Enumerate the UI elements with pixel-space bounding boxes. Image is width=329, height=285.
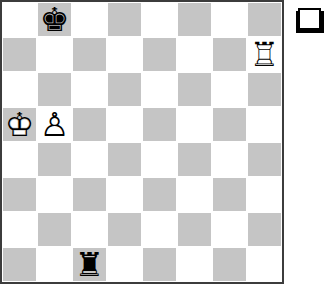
black-king-glyph: ♚ (37, 2, 72, 37)
square-e7[interactable] (142, 37, 177, 72)
square-g6[interactable] (212, 72, 247, 107)
square-c2[interactable] (72, 212, 107, 247)
square-a8[interactable] (2, 2, 37, 37)
square-g1[interactable] (212, 247, 247, 282)
square-e1[interactable] (142, 247, 177, 282)
white-rook[interactable]: ♜♖ (247, 37, 282, 72)
square-h3[interactable] (247, 177, 282, 212)
square-h7[interactable]: ♜♖ (247, 37, 282, 72)
square-b8[interactable]: ♚ (37, 2, 72, 37)
square-d2[interactable] (107, 212, 142, 247)
square-e6[interactable] (142, 72, 177, 107)
square-e3[interactable] (142, 177, 177, 212)
square-g5[interactable] (212, 107, 247, 142)
square-f6[interactable] (177, 72, 212, 107)
square-e4[interactable] (142, 142, 177, 177)
square-f7[interactable] (177, 37, 212, 72)
square-a4[interactable] (2, 142, 37, 177)
black-rook-glyph: ♜ (72, 247, 107, 282)
square-a7[interactable] (2, 37, 37, 72)
square-f4[interactable] (177, 142, 212, 177)
square-d7[interactable] (107, 37, 142, 72)
square-c7[interactable] (72, 37, 107, 72)
square-g8[interactable] (212, 2, 247, 37)
square-f8[interactable] (177, 2, 212, 37)
square-f3[interactable] (177, 177, 212, 212)
square-d4[interactable] (107, 142, 142, 177)
square-h2[interactable] (247, 212, 282, 247)
white-rook-outline: ♖ (247, 37, 282, 72)
square-b2[interactable] (37, 212, 72, 247)
white-to-move-indicator (298, 8, 321, 30)
square-b4[interactable] (37, 142, 72, 177)
square-d8[interactable] (107, 2, 142, 37)
square-c6[interactable] (72, 72, 107, 107)
square-a2[interactable] (2, 212, 37, 247)
square-d1[interactable] (107, 247, 142, 282)
square-f2[interactable] (177, 212, 212, 247)
white-pawn[interactable]: ♟♙ (37, 107, 72, 142)
square-g4[interactable] (212, 142, 247, 177)
square-f1[interactable] (177, 247, 212, 282)
square-h6[interactable] (247, 72, 282, 107)
square-f5[interactable] (177, 107, 212, 142)
white-king[interactable]: ♚♔ (2, 107, 37, 142)
square-b7[interactable] (37, 37, 72, 72)
black-rook[interactable]: ♜ (72, 247, 107, 282)
square-a1[interactable] (2, 247, 37, 282)
white-pawn-outline: ♙ (37, 107, 72, 142)
square-e8[interactable] (142, 2, 177, 37)
diagram-canvas: ♚♜♖♚♔♟♙♜ (0, 0, 329, 285)
white-king-outline: ♔ (2, 107, 37, 142)
chess-board: ♚♜♖♚♔♟♙♜ (0, 0, 284, 284)
square-c1[interactable]: ♜ (72, 247, 107, 282)
square-g3[interactable] (212, 177, 247, 212)
square-b6[interactable] (37, 72, 72, 107)
square-h1[interactable] (247, 247, 282, 282)
square-a3[interactable] (2, 177, 37, 212)
square-b1[interactable] (37, 247, 72, 282)
square-c4[interactable] (72, 142, 107, 177)
square-b3[interactable] (37, 177, 72, 212)
square-c8[interactable] (72, 2, 107, 37)
square-d3[interactable] (107, 177, 142, 212)
square-e5[interactable] (142, 107, 177, 142)
square-h5[interactable] (247, 107, 282, 142)
square-a6[interactable] (2, 72, 37, 107)
square-c3[interactable] (72, 177, 107, 212)
square-d6[interactable] (107, 72, 142, 107)
square-a5[interactable]: ♚♔ (2, 107, 37, 142)
square-b5[interactable]: ♟♙ (37, 107, 72, 142)
square-g7[interactable] (212, 37, 247, 72)
square-h8[interactable] (247, 2, 282, 37)
square-g2[interactable] (212, 212, 247, 247)
black-king[interactable]: ♚ (37, 2, 72, 37)
square-c5[interactable] (72, 107, 107, 142)
square-h4[interactable] (247, 142, 282, 177)
square-e2[interactable] (142, 212, 177, 247)
square-d5[interactable] (107, 107, 142, 142)
